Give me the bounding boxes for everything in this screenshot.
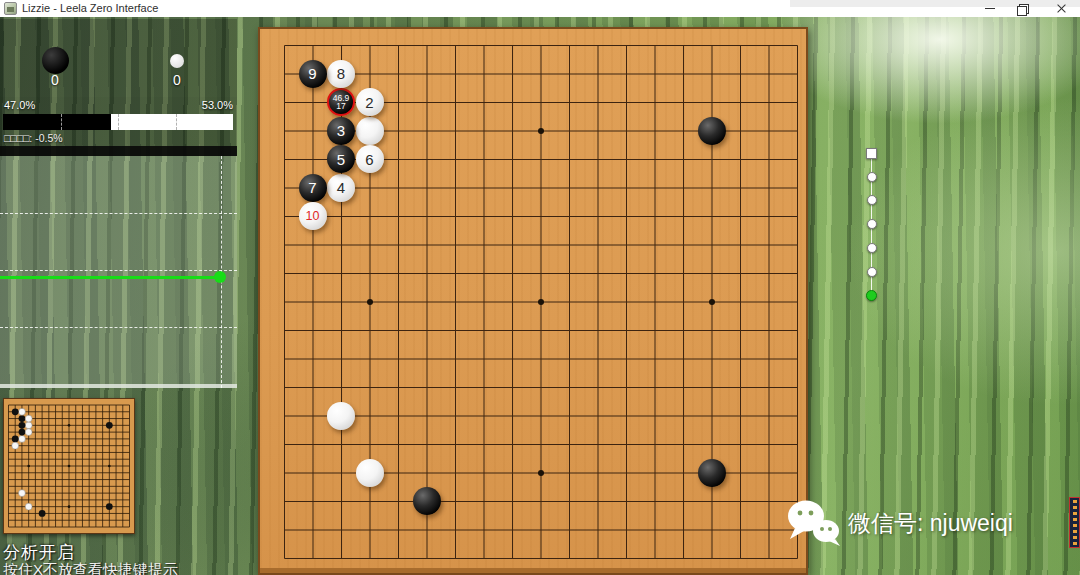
stone-D16	[356, 117, 384, 145]
stone-C6	[327, 402, 355, 430]
winrate-current-dot	[214, 271, 226, 283]
move-number: 3	[337, 123, 345, 138]
variation-stone-B18: 9	[299, 60, 327, 88]
winrate-bar-black	[3, 114, 111, 130]
white-winrate-label: 53.0%	[202, 99, 233, 111]
move-number: 5	[337, 152, 345, 167]
variation-stone-C14: 4	[327, 174, 355, 202]
move-number: 4	[337, 180, 345, 195]
white-capture-count: 0	[147, 72, 207, 88]
variation-stone-D15: 6	[356, 145, 384, 173]
tree-current-node[interactable]	[866, 290, 877, 301]
stone-F3	[413, 487, 441, 515]
winrate-bar	[3, 114, 233, 130]
board-grid[interactable]: 46.9172345678910	[284, 45, 798, 559]
move-number: 10	[306, 209, 320, 224]
best-move-suggestion[interactable]: 46.917	[327, 88, 355, 116]
title-bar[interactable]: Lizzie - Leela Zero Interface	[0, 0, 1080, 17]
tree-move-node[interactable]	[867, 267, 877, 277]
window-title: Lizzie - Leela Zero Interface	[22, 2, 158, 14]
winrate-curve	[0, 276, 221, 279]
move-number: 7	[308, 180, 316, 195]
variation-stone-D17: 2	[356, 88, 384, 116]
winrate-graph[interactable]	[0, 156, 237, 388]
tree-move-node[interactable]	[867, 195, 877, 205]
variation-stone-B13: 10	[299, 202, 327, 230]
best-move-playouts: 17	[336, 102, 345, 111]
black-capture-count: 0	[25, 72, 85, 88]
winrate-tick-50	[118, 114, 119, 130]
move-number: 9	[308, 66, 316, 81]
black-winrate-label: 47.0%	[4, 99, 35, 111]
black-stone-icon	[42, 47, 69, 74]
wechat-badge: 微信号: njuweiqi	[784, 498, 1013, 548]
analysis-panel: 0 0 47.0% 53.0% □□□□: -0.5%	[0, 17, 237, 575]
variation-stone-C18: 8	[327, 60, 355, 88]
tree-root-node[interactable]	[866, 148, 877, 159]
white-stone-icon	[170, 54, 184, 68]
qr-card-edge	[1069, 497, 1080, 548]
move-number: 2	[365, 95, 373, 110]
winrate-delta-label: □□□□: -0.5%	[4, 132, 63, 144]
stone-Q16	[698, 117, 726, 145]
wechat-id-text: 微信号: njuweiqi	[848, 508, 1013, 539]
app-icon	[4, 2, 17, 15]
tree-move-node[interactable]	[867, 172, 877, 182]
tree-move-node[interactable]	[867, 243, 877, 253]
restore-icon[interactable]	[1008, 0, 1038, 16]
move-tree[interactable]	[861, 142, 882, 312]
variation-stone-C16: 3	[327, 117, 355, 145]
capture-panel: 0 0	[0, 19, 237, 97]
winrate-tick-75	[176, 114, 177, 130]
close-icon[interactable]	[1046, 0, 1076, 16]
graph-gridline	[0, 327, 237, 328]
move-number: 6	[365, 152, 373, 167]
panel-separator	[0, 146, 237, 156]
lizzie-window: Lizzie - Leela Zero Interface 0 0 47.0% …	[0, 0, 1080, 575]
sub-board-grid	[4, 399, 134, 533]
variation-stone-B14: 7	[299, 174, 327, 202]
go-board[interactable]: 46.9172345678910	[258, 27, 808, 575]
winrate-bar-white	[111, 114, 233, 130]
wechat-icon	[784, 498, 842, 548]
minimize-icon[interactable]	[975, 0, 1005, 16]
winrate-section: 47.0% 53.0% □□□□: -0.5%	[0, 97, 237, 146]
winrate-tick-25	[61, 114, 62, 130]
graph-gridline	[0, 213, 237, 214]
tree-move-node[interactable]	[867, 219, 877, 229]
move-number: 8	[337, 66, 345, 81]
variation-stone-C15: 5	[327, 145, 355, 173]
stone-D4	[356, 459, 384, 487]
stone-Q4	[698, 459, 726, 487]
shortcut-hint-text: 按住X不放查看快捷键提示	[3, 561, 178, 575]
variation-sub-board	[3, 398, 135, 534]
graph-gridline	[0, 270, 237, 271]
